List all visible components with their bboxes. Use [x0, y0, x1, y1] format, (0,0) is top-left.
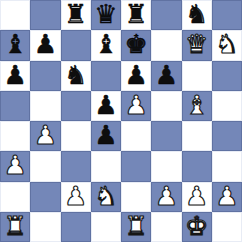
square-a8[interactable] — [0, 0, 30, 30]
square-d1[interactable] — [91, 212, 121, 242]
square-a6[interactable]: ♟ — [0, 61, 30, 91]
square-a7[interactable]: ♝ — [0, 30, 30, 60]
square-g6[interactable] — [182, 61, 212, 91]
square-f1[interactable] — [151, 212, 181, 242]
black-queen-piece[interactable]: ♛ — [94, 1, 117, 27]
square-c4[interactable] — [61, 121, 91, 151]
square-b8[interactable] — [30, 0, 60, 30]
square-h5[interactable] — [212, 91, 242, 121]
square-b6[interactable] — [30, 61, 60, 91]
square-c2[interactable]: ♟ — [61, 182, 91, 212]
square-d6[interactable] — [91, 61, 121, 91]
square-b5[interactable] — [30, 91, 60, 121]
square-h8[interactable] — [212, 0, 242, 30]
white-pawn-piece[interactable]: ♟ — [64, 183, 87, 209]
white-pawn-piece[interactable]: ♟ — [155, 183, 178, 209]
square-c1[interactable] — [61, 212, 91, 242]
black-pawn-piece[interactable]: ♟ — [94, 92, 117, 118]
black-pawn-piece[interactable]: ♟ — [155, 62, 178, 88]
square-d7[interactable]: ♝ — [91, 30, 121, 60]
white-bishop-piece[interactable]: ♝ — [185, 92, 208, 118]
square-g2[interactable]: ♟ — [182, 182, 212, 212]
black-bishop-piece[interactable]: ♝ — [3, 31, 26, 57]
square-e2[interactable] — [121, 182, 151, 212]
square-g3[interactable] — [182, 151, 212, 181]
square-e8[interactable]: ♜ — [121, 0, 151, 30]
square-h7[interactable]: ♞ — [212, 30, 242, 60]
square-g4[interactable] — [182, 121, 212, 151]
square-a2[interactable] — [0, 182, 30, 212]
square-g7[interactable]: ♛ — [182, 30, 212, 60]
square-h1[interactable] — [212, 212, 242, 242]
square-d5[interactable]: ♟ — [91, 91, 121, 121]
white-knight-piece[interactable]: ♞ — [94, 183, 117, 209]
black-pawn-piece[interactable]: ♟ — [124, 62, 147, 88]
white-king-piece[interactable]: ♚ — [185, 213, 208, 239]
white-pawn-piece[interactable]: ♟ — [185, 183, 208, 209]
square-c7[interactable] — [61, 30, 91, 60]
square-d2[interactable]: ♞ — [91, 182, 121, 212]
square-h4[interactable] — [212, 121, 242, 151]
square-b4[interactable]: ♟ — [30, 121, 60, 151]
black-bishop-piece[interactable]: ♝ — [94, 31, 117, 57]
square-f3[interactable] — [151, 151, 181, 181]
black-king-piece[interactable]: ♚ — [124, 31, 147, 57]
white-pawn-piece[interactable]: ♟ — [3, 152, 26, 178]
black-pawn-piece[interactable]: ♟ — [3, 62, 26, 88]
white-pawn-piece[interactable]: ♟ — [124, 92, 147, 118]
square-g1[interactable]: ♚ — [182, 212, 212, 242]
white-queen-piece[interactable]: ♛ — [185, 31, 208, 57]
black-pawn-piece[interactable]: ♟ — [34, 31, 57, 57]
square-f2[interactable]: ♟ — [151, 182, 181, 212]
square-h2[interactable]: ♟ — [212, 182, 242, 212]
square-e1[interactable]: ♜ — [121, 212, 151, 242]
square-a3[interactable]: ♟ — [0, 151, 30, 181]
black-rook-piece[interactable]: ♜ — [64, 1, 87, 27]
square-d3[interactable] — [91, 151, 121, 181]
square-d4[interactable]: ♟ — [91, 121, 121, 151]
square-d8[interactable]: ♛ — [91, 0, 121, 30]
square-c8[interactable]: ♜ — [61, 0, 91, 30]
square-g5[interactable]: ♝ — [182, 91, 212, 121]
black-knight-piece[interactable]: ♞ — [185, 1, 208, 27]
square-f5[interactable] — [151, 91, 181, 121]
square-c3[interactable] — [61, 151, 91, 181]
square-h6[interactable] — [212, 61, 242, 91]
square-e3[interactable] — [121, 151, 151, 181]
square-f8[interactable] — [151, 0, 181, 30]
square-b7[interactable]: ♟ — [30, 30, 60, 60]
square-e5[interactable]: ♟ — [121, 91, 151, 121]
black-rook-piece[interactable]: ♜ — [124, 1, 147, 27]
square-c6[interactable]: ♞ — [61, 61, 91, 91]
square-f4[interactable] — [151, 121, 181, 151]
square-b3[interactable] — [30, 151, 60, 181]
black-pawn-piece[interactable]: ♟ — [94, 122, 117, 148]
square-e6[interactable]: ♟ — [121, 61, 151, 91]
square-c5[interactable] — [61, 91, 91, 121]
white-pawn-piece[interactable]: ♟ — [34, 122, 57, 148]
square-b1[interactable] — [30, 212, 60, 242]
white-knight-piece[interactable]: ♞ — [215, 31, 238, 57]
white-pawn-piece[interactable]: ♟ — [215, 183, 238, 209]
square-a1[interactable]: ♜ — [0, 212, 30, 242]
black-knight-piece[interactable]: ♞ — [64, 62, 87, 88]
square-f7[interactable] — [151, 30, 181, 60]
white-rook-piece[interactable]: ♜ — [124, 213, 147, 239]
square-a5[interactable] — [0, 91, 30, 121]
square-f6[interactable]: ♟ — [151, 61, 181, 91]
square-a4[interactable] — [0, 121, 30, 151]
square-e7[interactable]: ♚ — [121, 30, 151, 60]
chess-board: ♜♛♜♞♝♟♝♚♛♞♟♞♟♟♟♟♝♟♟♟♟♞♟♟♟♜♜♚ — [0, 0, 242, 242]
square-b2[interactable] — [30, 182, 60, 212]
square-h3[interactable] — [212, 151, 242, 181]
square-g8[interactable]: ♞ — [182, 0, 212, 30]
white-rook-piece[interactable]: ♜ — [3, 213, 26, 239]
square-e4[interactable] — [121, 121, 151, 151]
